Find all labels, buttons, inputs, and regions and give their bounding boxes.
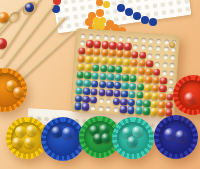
blue-cup-cavity [46, 122, 80, 156]
orange-cup [0, 68, 27, 112]
bead-in-yellow-cup [24, 137, 35, 148]
bead-in-teal-cup [127, 136, 138, 147]
teal-cup [112, 117, 154, 159]
bead-in-yellow-cup [12, 137, 23, 148]
bead-in-yellow-cup [26, 125, 37, 136]
bead-in-red-cup [184, 92, 197, 105]
navy-cup [154, 115, 198, 159]
bead-in-blue-cup [62, 127, 74, 139]
bead-in-orange-cup [13, 87, 24, 98]
bead-in-yellow-cup [15, 126, 26, 137]
bead-in-teal-cup [132, 126, 143, 137]
red-cup [173, 75, 200, 115]
bead-in-navy-cup [175, 130, 187, 142]
sorting-cups-layer [0, 0, 200, 169]
scene-photo [0, 0, 200, 169]
bead-in-green-cup [101, 133, 111, 143]
